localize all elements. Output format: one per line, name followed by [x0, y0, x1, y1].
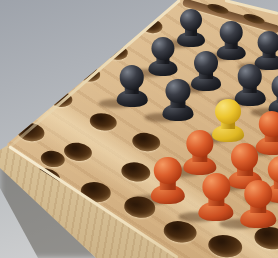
- peg-yellow[interactable]: [212, 99, 244, 142]
- peg-head: [244, 180, 272, 208]
- board-photo-scene: [0, 0, 278, 258]
- peg-black[interactable]: [177, 9, 205, 47]
- peg-head: [231, 143, 258, 170]
- peg-head: [154, 157, 182, 185]
- peg-head: [202, 173, 230, 201]
- peg-head: [272, 74, 278, 99]
- peg-black[interactable]: [148, 37, 177, 77]
- peg-head: [220, 21, 243, 44]
- peg-head: [180, 9, 202, 31]
- peg-red[interactable]: [198, 173, 233, 221]
- peg-head: [120, 65, 144, 89]
- peg-red[interactable]: [183, 130, 216, 175]
- peg-head: [194, 51, 218, 75]
- peg-black[interactable]: [117, 65, 148, 106]
- peg-red[interactable]: [151, 157, 185, 204]
- peg-black-partial[interactable]: [269, 74, 278, 116]
- peg-head: [238, 64, 262, 88]
- peg-head: [215, 99, 241, 125]
- peg-black[interactable]: [162, 79, 193, 121]
- pegs-layer: [0, 0, 278, 258]
- peg-head: [187, 130, 214, 157]
- peg-head: [257, 31, 278, 54]
- peg-red[interactable]: [240, 180, 276, 228]
- peg-black[interactable]: [217, 21, 246, 60]
- peg-head: [166, 79, 191, 104]
- peg-black[interactable]: [191, 51, 221, 92]
- peg-head: [151, 37, 174, 60]
- peg-head: [259, 111, 278, 137]
